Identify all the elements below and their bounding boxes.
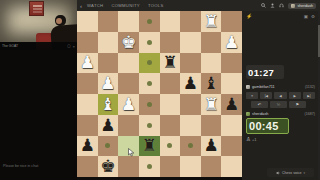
speaker-icon xyxy=(276,171,280,175)
opponent-name: gambitfan711 xyxy=(252,85,275,89)
square[interactable]: ♟ xyxy=(98,115,119,136)
white-pawn: ♟ xyxy=(121,96,136,113)
square[interactable] xyxy=(77,11,98,32)
opponent-row[interactable]: gambitfan711 (1132) xyxy=(246,83,315,90)
move-controls: ≡|◀◀▶▶| xyxy=(246,92,315,99)
square[interactable] xyxy=(201,156,222,177)
square[interactable] xyxy=(98,32,119,53)
square[interactable] xyxy=(221,73,242,94)
player-rating: (1687) xyxy=(305,112,315,116)
square[interactable]: ♝ xyxy=(201,73,222,94)
move-next-button[interactable]: ▶ xyxy=(289,92,301,99)
player-name: sheridash xyxy=(252,112,268,116)
legal-move-dot xyxy=(147,60,152,65)
square[interactable]: ♟ xyxy=(118,94,139,115)
square[interactable] xyxy=(160,32,181,53)
white-rook: ♜ xyxy=(203,13,218,30)
square[interactable] xyxy=(139,156,160,177)
legal-move-dot xyxy=(147,164,152,169)
square[interactable]: ♟ xyxy=(180,73,201,94)
square[interactable] xyxy=(118,11,139,32)
white-rook: ♜ xyxy=(203,96,218,113)
white-pawn: ♟ xyxy=(80,54,95,71)
square[interactable] xyxy=(221,136,242,157)
square[interactable]: ♜ xyxy=(139,136,160,157)
square[interactable]: ♟ xyxy=(221,32,242,53)
square[interactable] xyxy=(180,11,201,32)
legal-move-dot xyxy=(147,81,152,86)
player-clock-active: 00:45 xyxy=(246,118,289,134)
offer-draw-button[interactable]: ½ xyxy=(270,101,287,108)
square[interactable] xyxy=(98,136,119,157)
material-count: +1 xyxy=(252,137,257,142)
black-pawn: ♟ xyxy=(100,117,115,134)
opponent-clock: 01:27 xyxy=(246,65,284,79)
square[interactable] xyxy=(118,115,139,136)
square[interactable] xyxy=(160,73,181,94)
nav-item-community[interactable]: Community xyxy=(111,3,140,8)
square[interactable]: ♟ xyxy=(221,94,242,115)
square[interactable] xyxy=(201,53,222,74)
square[interactable] xyxy=(139,73,160,94)
user-name: sheridash xyxy=(297,4,313,8)
move-last-button[interactable]: ▶| xyxy=(303,92,315,99)
black-pawn: ♟ xyxy=(203,137,218,154)
webcam-toolbar: The GOAT ▢ × xyxy=(0,42,77,50)
black-pawn: ♟ xyxy=(224,96,239,113)
legal-move-dot xyxy=(147,19,152,24)
square[interactable] xyxy=(201,32,222,53)
takeback-button[interactable]: ↶ xyxy=(251,101,268,108)
webcam-overlay: The GOAT ▢ × xyxy=(0,0,77,50)
square[interactable] xyxy=(77,94,98,115)
square[interactable] xyxy=(118,53,139,74)
headset-icon[interactable] xyxy=(279,3,284,8)
square[interactable]: ♚ xyxy=(98,156,119,177)
webcam-label: The GOAT xyxy=(2,44,18,48)
square[interactable]: ♜ xyxy=(160,53,181,74)
black-pawn: ♟ xyxy=(80,137,95,154)
back-chevron-icon[interactable]: ‹ xyxy=(80,3,82,9)
material-advantage: ♙ +1 xyxy=(246,137,257,143)
square[interactable] xyxy=(180,115,201,136)
square[interactable] xyxy=(180,53,201,74)
nav-menu: Watch Community Tools xyxy=(87,3,164,8)
square[interactable] xyxy=(160,156,181,177)
expand-icon[interactable]: ▢ xyxy=(67,44,70,48)
legal-move-dot xyxy=(167,143,172,148)
webcam-video xyxy=(0,0,77,42)
chevron-down-icon: ▾ xyxy=(304,171,306,175)
square[interactable] xyxy=(160,115,181,136)
square[interactable]: ♟ xyxy=(77,136,98,157)
square[interactable] xyxy=(221,156,242,177)
white-bishop: ♝ xyxy=(100,96,115,113)
square[interactable]: ♜ xyxy=(201,94,222,115)
moves-menu-button[interactable]: ≡ xyxy=(246,92,258,99)
layout-icon[interactable]: ▣ xyxy=(304,14,308,19)
square[interactable] xyxy=(160,11,181,32)
square[interactable] xyxy=(139,115,160,136)
captured-pawn-icon: ♙ xyxy=(246,137,251,143)
gear-icon[interactable]: ⚙ xyxy=(311,14,315,19)
square[interactable] xyxy=(77,156,98,177)
square[interactable] xyxy=(180,136,201,157)
square[interactable] xyxy=(77,73,98,94)
resign-button[interactable]: ⚑ xyxy=(289,101,306,108)
black-king: ♚ xyxy=(100,158,115,175)
legal-move-dot xyxy=(147,102,152,107)
legal-move-dot xyxy=(147,40,152,45)
black-pawn: ♟ xyxy=(183,75,198,92)
square[interactable] xyxy=(180,32,201,53)
game-action-controls: ↶½⚑ xyxy=(251,101,306,108)
square[interactable]: ♝ xyxy=(98,94,119,115)
square[interactable] xyxy=(77,115,98,136)
move-first-button[interactable]: |◀ xyxy=(260,92,272,99)
square[interactable] xyxy=(139,11,160,32)
square[interactable] xyxy=(221,11,242,32)
stream-icon[interactable]: ⚡ xyxy=(246,13,252,19)
opponent-avatar xyxy=(246,85,250,89)
chat-caption: Please be nice in chat xyxy=(3,164,38,168)
chess-board[interactable]: ♜♚♟♟♜♟♟♝♝♟♜♟♟♟♜♟♚ xyxy=(77,11,242,177)
player-row[interactable]: sheridash (1687) xyxy=(246,110,315,117)
square[interactable] xyxy=(98,53,119,74)
stream-frame: ‹ Watch Community Tools sheridash ♜♚♟♟♜♟… xyxy=(0,0,320,180)
black-rook: ♜ xyxy=(142,137,157,154)
streamer-head xyxy=(55,15,66,26)
nav-item-watch[interactable]: Watch xyxy=(87,3,103,8)
black-bishop: ♝ xyxy=(203,75,218,92)
square[interactable] xyxy=(180,156,201,177)
white-pawn: ♟ xyxy=(224,34,239,51)
black-rook: ♜ xyxy=(162,54,177,71)
square[interactable] xyxy=(221,115,242,136)
white-pawn: ♟ xyxy=(100,75,115,92)
square[interactable] xyxy=(139,94,160,115)
search-icon[interactable] xyxy=(261,3,266,8)
square[interactable] xyxy=(221,53,242,74)
white-king: ♚ xyxy=(121,34,136,51)
left-sidebar: Please be nice in chat xyxy=(0,50,77,180)
square[interactable] xyxy=(160,94,181,115)
square[interactable]: ♜ xyxy=(201,11,222,32)
square[interactable]: ♟ xyxy=(77,53,98,74)
square[interactable] xyxy=(139,53,160,74)
friends-icon[interactable] xyxy=(270,3,275,8)
nav-item-tools[interactable]: Tools xyxy=(148,3,164,8)
square[interactable] xyxy=(160,136,181,157)
panel-toolbar: ⚡ ▣ ⚙ xyxy=(246,13,315,19)
legal-move-dot xyxy=(188,143,193,148)
square[interactable] xyxy=(77,32,98,53)
user-account-chip[interactable]: sheridash xyxy=(288,3,316,9)
square[interactable] xyxy=(180,94,201,115)
wall-poster xyxy=(29,1,44,16)
square[interactable]: ♟ xyxy=(201,136,222,157)
avatar xyxy=(291,4,295,8)
player-avatar xyxy=(246,112,250,116)
square[interactable]: ♟ xyxy=(98,73,119,94)
square[interactable] xyxy=(118,73,139,94)
square[interactable]: ♚ xyxy=(118,32,139,53)
square[interactable] xyxy=(139,32,160,53)
legal-move-dot xyxy=(147,123,152,128)
square[interactable] xyxy=(201,115,222,136)
square[interactable] xyxy=(98,11,119,32)
move-prev-button[interactable]: ◀ xyxy=(274,92,286,99)
opponent-rating: (1132) xyxy=(305,85,315,89)
voice-chat-label: Chess voice xyxy=(282,171,302,175)
mouse-cursor xyxy=(128,143,135,161)
close-icon[interactable]: × xyxy=(73,44,75,49)
nav-right-cluster: sheridash xyxy=(261,3,316,9)
game-panel: ⚡ ▣ ⚙ 01:27 gambitfan711 (1132) ≡|◀◀▶▶| … xyxy=(242,11,318,180)
voice-chat-pill[interactable]: Chess voice ▾ xyxy=(267,168,314,177)
legal-move-dot xyxy=(105,143,110,148)
